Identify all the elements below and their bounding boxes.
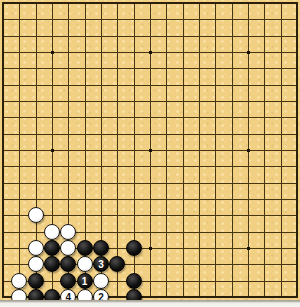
grid-vline [36,4,37,296]
stone-white [77,256,93,272]
star-point [149,247,152,250]
star-point [51,51,54,54]
stone-black: 3 [93,256,109,272]
stone-white [28,256,44,272]
grid-vline [117,4,118,296]
grid-hline [4,232,296,233]
grid-vline [150,4,151,296]
grid-vline [52,4,53,296]
grid-hline [4,281,296,282]
stone-black [60,256,76,272]
grid-hline [4,215,296,216]
stone-white [11,273,27,289]
grid-vline [85,4,86,296]
grid-vline [264,4,265,296]
grid-vline [281,4,282,296]
stone-white [28,240,44,256]
grid-vline [183,4,184,296]
grid-vline [215,4,216,296]
stone-black: 1 [77,273,93,289]
grid-hline [4,264,296,265]
stone-black [44,240,60,256]
stone-white [93,273,109,289]
grid-vline [101,4,102,296]
stone-white [60,240,76,256]
grid-vline [248,4,249,296]
grid-hline [4,150,296,151]
go-diagram: 3142 [0,0,300,307]
star-point [149,51,152,54]
grid-hline [4,85,296,86]
grid-vline [232,4,233,296]
grid-hline [4,166,296,167]
stones-layer: 3142 [0,0,300,305]
board-edge-border [2,2,298,298]
grid-hline [4,101,296,102]
board-side-strip [0,300,300,307]
star-point [247,247,250,250]
stone-black [126,240,142,256]
stone-black [60,273,76,289]
stone-black [28,273,44,289]
stone-black [93,240,109,256]
grid-hline [4,134,296,135]
grid-hline [4,248,296,249]
move-number-label: 1 [82,276,88,286]
grid-vline [166,4,167,296]
stone-black [109,256,125,272]
stone-white [60,224,76,240]
move-number-label: 3 [98,260,104,270]
star-point [51,247,54,250]
go-board[interactable]: 3142 [0,0,300,300]
grid-hline [4,52,296,53]
grid-hline [4,36,296,37]
star-point [247,51,250,54]
stone-white [44,224,60,240]
grid-vline [134,4,135,296]
stone-black [126,273,142,289]
star-point [247,149,250,152]
grid-vline [199,4,200,296]
grid-hline [4,68,296,69]
grid-vline [68,4,69,296]
stone-black [44,256,60,272]
grid-hline [4,117,296,118]
stone-white [28,207,44,223]
star-point [51,149,54,152]
grid-vline [19,4,20,296]
stone-black [77,240,93,256]
grid-hline [4,199,296,200]
star-point [149,149,152,152]
grid-hline [4,183,296,184]
grid-hline [4,19,296,20]
